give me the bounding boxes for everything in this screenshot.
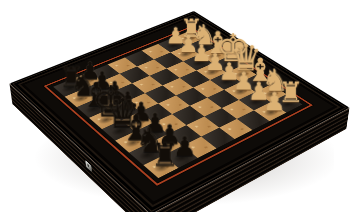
piece-white-king: ♚ (216, 28, 247, 66)
piece-white-pawn: ♟ (161, 25, 191, 47)
chess-set-product-photo: ♜♟♞♟♝♟♚♟♛♟♟♝♜♟♟♞♞♟♟♜♝♟♟♚♟♛♟♝♟♞♟♜ (0, 0, 350, 212)
piece-white-knight: ♞ (189, 21, 219, 49)
piece-white-rook: ♜ (177, 16, 206, 41)
piece-white-bishop: ♝ (202, 28, 232, 58)
perspective-scene: ♜♟♞♟♝♟♚♟♛♟♟♝♜♟♟♞♞♟♟♜♝♟♟♚♟♛♟♝♟♞♟♜ (0, 0, 350, 212)
pieces-layer: ♜♟♞♟♝♟♚♟♛♟♟♝♜♟♟♞♞♟♟♜♝♟♟♚♟♛♟♝♟♞♟♜ (9, 11, 349, 212)
piece-white-pawn: ♟ (200, 51, 231, 74)
case-top: ♜♟♞♟♝♟♚♟♛♟♟♝♜♟♟♞♞♟♟♜♝♟♟♚♟♛♟♝♟♞♟♜ (9, 11, 349, 212)
piece-black-rook: ♜ (56, 63, 88, 90)
case-latch-icon (85, 160, 92, 172)
